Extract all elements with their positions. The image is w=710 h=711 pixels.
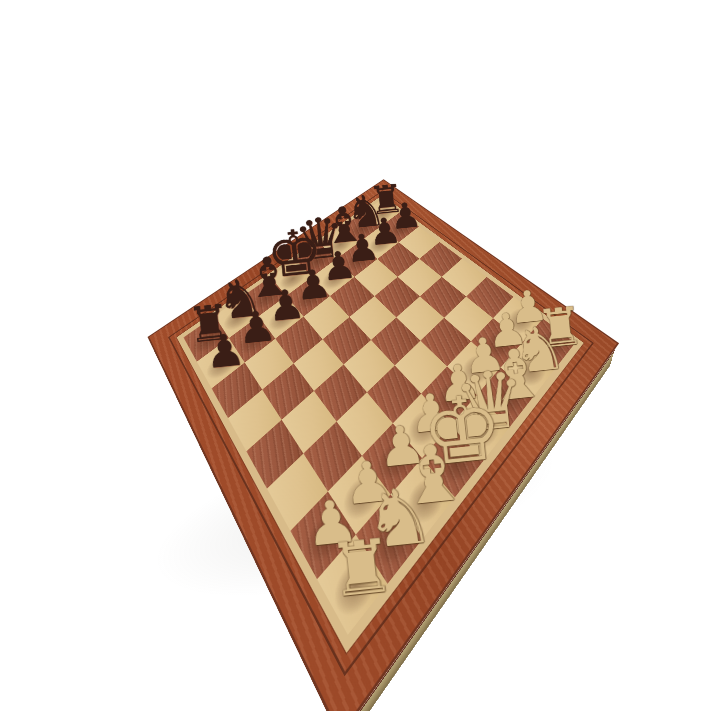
- white-rook-glyph: ♜: [325, 527, 399, 608]
- photo-scene: ♜♞♝♚♛♝♞♜♟♟♟♟♟♟♟♟♟♟♟♟♟♟♟♟♜♞♝♚♛♝♞♜: [0, 0, 710, 711]
- chess-box: ♜♞♝♚♛♝♞♜♟♟♟♟♟♟♟♟♟♟♟♟♟♟♟♟♜♞♝♚♛♝♞♜: [148, 179, 620, 711]
- black-pawn-glyph: ♟: [203, 327, 247, 375]
